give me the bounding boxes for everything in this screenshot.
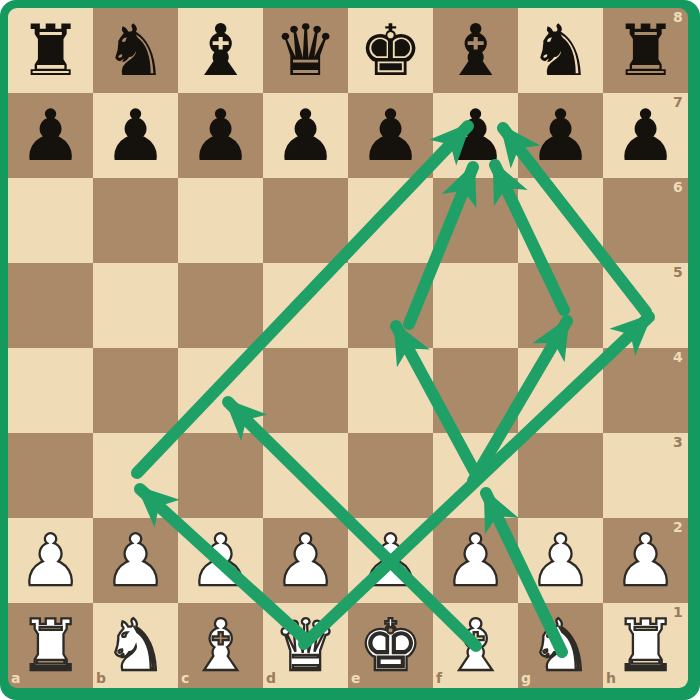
piece-black-pawn-h7[interactable]: ♟ <box>603 93 688 178</box>
square-a3[interactable] <box>8 433 93 518</box>
piece-white-pawn-g2[interactable]: ♟ <box>518 518 603 603</box>
piece-black-rook-a8[interactable]: ♜ <box>8 8 93 93</box>
square-b3[interactable] <box>93 433 178 518</box>
piece-black-pawn-b7[interactable]: ♟ <box>93 93 178 178</box>
square-b5[interactable] <box>93 263 178 348</box>
square-e4[interactable] <box>348 348 433 433</box>
piece-black-king-e8[interactable]: ♚ <box>348 8 433 93</box>
square-d5[interactable] <box>263 263 348 348</box>
piece-white-rook-h1[interactable]: ♜ <box>603 603 688 688</box>
square-c6[interactable] <box>178 178 263 263</box>
piece-white-bishop-c1[interactable]: ♝ <box>178 603 263 688</box>
piece-black-knight-b8[interactable]: ♞ <box>93 8 178 93</box>
square-g4[interactable] <box>518 348 603 433</box>
piece-black-pawn-e7[interactable]: ♟ <box>348 93 433 178</box>
piece-white-pawn-a2[interactable]: ♟ <box>8 518 93 603</box>
piece-white-king-e1[interactable]: ♚ <box>348 603 433 688</box>
piece-white-pawn-d2[interactable]: ♟ <box>263 518 348 603</box>
square-b4[interactable] <box>93 348 178 433</box>
piece-white-rook-a1[interactable]: ♜ <box>8 603 93 688</box>
piece-black-pawn-g7[interactable]: ♟ <box>518 93 603 178</box>
square-h5[interactable] <box>603 263 688 348</box>
piece-white-pawn-h2[interactable]: ♟ <box>603 518 688 603</box>
square-c3[interactable] <box>178 433 263 518</box>
piece-white-pawn-c2[interactable]: ♟ <box>178 518 263 603</box>
piece-black-bishop-c8[interactable]: ♝ <box>178 8 263 93</box>
square-g5[interactable] <box>518 263 603 348</box>
piece-white-knight-g1[interactable]: ♞ <box>518 603 603 688</box>
square-f6[interactable] <box>433 178 518 263</box>
piece-black-knight-g8[interactable]: ♞ <box>518 8 603 93</box>
chess-board-frame: ♜♞♝♛♚♝♞♜♟♟♟♟♟♟♟♟♟♟♟♟♟♟♟♟♜♞♝♛♚♝♞♜abcdefgh… <box>0 0 700 700</box>
piece-white-knight-b1[interactable]: ♞ <box>93 603 178 688</box>
piece-white-pawn-b2[interactable]: ♟ <box>93 518 178 603</box>
piece-black-pawn-f7[interactable]: ♟ <box>433 93 518 178</box>
square-h4[interactable] <box>603 348 688 433</box>
piece-black-queen-d8[interactable]: ♛ <box>263 8 348 93</box>
square-f5[interactable] <box>433 263 518 348</box>
piece-white-queen-d1[interactable]: ♛ <box>263 603 348 688</box>
square-d4[interactable] <box>263 348 348 433</box>
piece-white-pawn-f2[interactable]: ♟ <box>433 518 518 603</box>
square-d3[interactable] <box>263 433 348 518</box>
piece-black-pawn-d7[interactable]: ♟ <box>263 93 348 178</box>
piece-white-bishop-f1[interactable]: ♝ <box>433 603 518 688</box>
square-a6[interactable] <box>8 178 93 263</box>
square-d6[interactable] <box>263 178 348 263</box>
piece-white-pawn-e2[interactable]: ♟ <box>348 518 433 603</box>
square-c5[interactable] <box>178 263 263 348</box>
square-a5[interactable] <box>8 263 93 348</box>
piece-black-pawn-a7[interactable]: ♟ <box>8 93 93 178</box>
piece-black-rook-h8[interactable]: ♜ <box>603 8 688 93</box>
piece-black-bishop-f8[interactable]: ♝ <box>433 8 518 93</box>
piece-black-pawn-c7[interactable]: ♟ <box>178 93 263 178</box>
square-e6[interactable] <box>348 178 433 263</box>
square-f4[interactable] <box>433 348 518 433</box>
square-h6[interactable] <box>603 178 688 263</box>
square-g3[interactable] <box>518 433 603 518</box>
square-c4[interactable] <box>178 348 263 433</box>
square-e3[interactable] <box>348 433 433 518</box>
square-b6[interactable] <box>93 178 178 263</box>
square-g6[interactable] <box>518 178 603 263</box>
square-a4[interactable] <box>8 348 93 433</box>
square-h3[interactable] <box>603 433 688 518</box>
square-f3[interactable] <box>433 433 518 518</box>
square-e5[interactable] <box>348 263 433 348</box>
